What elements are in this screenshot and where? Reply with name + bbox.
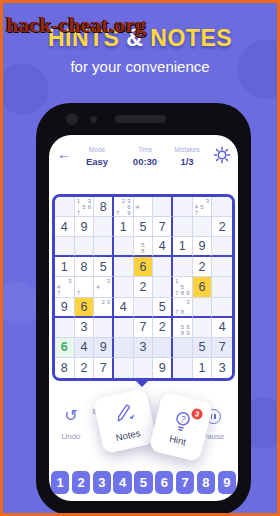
mode-block: Mode Easy <box>79 146 115 167</box>
given-digit: 3 <box>140 340 147 354</box>
cell-r1c7[interactable] <box>173 197 193 217</box>
cell-r4c2[interactable]: 8 <box>75 257 95 277</box>
cell-r1c6[interactable] <box>153 197 173 217</box>
cell-r7c3[interactable] <box>94 318 114 338</box>
numkey-2[interactable]: 2 <box>72 471 90 494</box>
mistakes-value: 1/3 <box>167 156 207 167</box>
mode-value: Easy <box>79 156 115 167</box>
given-digit: 9 <box>199 239 206 253</box>
cell-r2c3[interactable] <box>94 217 114 237</box>
watermark: hack-cheat.org <box>6 12 146 38</box>
given-digit: 4 <box>61 220 68 234</box>
cell-r8c8[interactable]: 5 <box>193 338 213 358</box>
mistakes-block: Mistakes 1/3 <box>167 146 207 167</box>
note-digit: 6 <box>87 204 93 210</box>
cell-r4c8[interactable]: 2 <box>193 257 213 277</box>
time-label: Time <box>125 146 165 153</box>
given-digit: 8 <box>81 260 88 274</box>
numkey-8[interactable]: 8 <box>197 471 215 494</box>
note-digit: 3 <box>205 198 211 204</box>
cell-r4c7[interactable] <box>173 257 193 277</box>
cell-r4c9[interactable] <box>212 257 232 277</box>
pencil-notes-r1c5: 4 <box>135 198 152 215</box>
cell-r7c2[interactable]: 3 <box>75 318 95 338</box>
cell-r3c4[interactable] <box>114 237 134 257</box>
cell-r1c8[interactable]: 3457 <box>193 197 213 217</box>
given-digit: 9 <box>61 300 68 314</box>
numkey-1[interactable]: 1 <box>51 471 69 494</box>
cell-r9c3[interactable]: 7 <box>94 358 114 378</box>
cell-r1c5[interactable]: 4 <box>134 197 154 217</box>
phone-mockup: ← Mode Easy Time 00:30 Mistakes 1/3 1356… <box>36 103 251 515</box>
note-digit: 9 <box>126 210 132 216</box>
note-digit: 5 <box>199 204 205 210</box>
cell-r8c2[interactable]: 4 <box>75 338 95 358</box>
given-digit: 6 <box>81 300 88 314</box>
cell-r6c4[interactable]: 4 <box>114 298 134 318</box>
cell-r5c3[interactable]: 34 <box>94 277 114 297</box>
cell-r7c4[interactable] <box>114 318 134 338</box>
app-screen: ← Mode Easy Time 00:30 Mistakes 1/3 1356… <box>49 135 238 501</box>
given-digit: 5 <box>199 340 206 354</box>
cell-r8c5[interactable]: 3 <box>134 338 154 358</box>
note-digit: 4 <box>135 204 141 210</box>
cell-r9c8[interactable]: 1 <box>193 358 213 378</box>
note-digit: 3 <box>106 278 111 284</box>
cell-r4c1[interactable]: 1 <box>55 257 75 277</box>
given-digit: 2 <box>199 260 206 274</box>
cell-r9c6[interactable]: 9 <box>153 358 173 378</box>
numkey-9[interactable]: 9 <box>218 471 236 494</box>
camera-icon <box>66 113 78 125</box>
speaker-slot <box>115 115 166 123</box>
pencil-notes-r6c3: 23 <box>95 299 111 315</box>
given-digit: 4 <box>120 300 127 314</box>
cell-r5c4[interactable] <box>114 277 134 297</box>
mode-label: Mode <box>79 146 115 153</box>
sensor-icon <box>90 116 97 123</box>
pencil-icon <box>110 400 137 430</box>
cell-r7c9[interactable]: 4 <box>212 318 232 338</box>
pencil-notes-r3c5: 58 <box>135 238 152 254</box>
cell-r1c4[interactable]: 23679 <box>114 197 134 217</box>
banner-word2: NOTES <box>143 25 232 51</box>
given-digit: 6 <box>199 280 206 294</box>
given-digit: 1 <box>120 220 127 234</box>
given-digit: 4 <box>81 340 88 354</box>
notes-card-label: Notes <box>115 427 142 443</box>
cell-r6c5[interactable] <box>134 298 154 318</box>
number-pad: 123456789 <box>51 471 236 494</box>
cell-r9c9[interactable]: 3 <box>212 358 232 378</box>
pencil-notes-r6c7: 378 <box>174 299 191 315</box>
given-digit: 5 <box>100 260 107 274</box>
note-digit: 8 <box>180 309 186 315</box>
numkey-3[interactable]: 3 <box>93 471 111 494</box>
cell-r6c8[interactable] <box>193 298 213 318</box>
cell-r7c6[interactable]: 2 <box>153 318 173 338</box>
note-digit: 8 <box>140 248 146 254</box>
cell-r3c7[interactable]: 1 <box>173 237 193 257</box>
cell-r2c7[interactable] <box>173 217 193 237</box>
cell-r3c5[interactable]: 58 <box>134 237 154 257</box>
given-digit: 9 <box>159 361 166 375</box>
cell-r9c4[interactable] <box>114 358 134 378</box>
cell-r5c7[interactable]: 15789 <box>173 277 193 297</box>
cell-r8c9[interactable]: 7 <box>212 338 232 358</box>
cell-r3c3[interactable] <box>94 237 114 257</box>
numkey-4[interactable]: 4 <box>113 471 131 494</box>
given-digit: 2 <box>140 280 147 294</box>
given-digit: 3 <box>81 320 88 334</box>
cell-r6c6[interactable]: 5 <box>153 298 173 318</box>
cell-r8c7[interactable] <box>173 338 193 358</box>
cell-r7c1[interactable] <box>55 318 75 338</box>
given-digit: 5 <box>159 300 166 314</box>
cell-r8c6[interactable] <box>153 338 173 358</box>
given-digit: 7 <box>140 320 147 334</box>
svg-text:?: ? <box>180 413 187 424</box>
note-digit: 7 <box>76 210 82 216</box>
cell-r8c4[interactable] <box>114 338 134 358</box>
cell-r9c7[interactable] <box>173 358 193 378</box>
pencil-notes-r7c7: 5689 <box>174 319 191 336</box>
given-digit: 3 <box>219 361 226 375</box>
given-digit: 7 <box>159 220 166 234</box>
cell-r5c8[interactable]: 6 <box>193 277 213 297</box>
settings-gear-icon[interactable] <box>213 146 231 168</box>
given-digit: 1 <box>179 239 186 253</box>
note-digit: 7 <box>194 210 200 216</box>
undo-label: Undo <box>61 432 80 441</box>
note-digit: 7 <box>76 290 82 296</box>
cell-r6c2[interactable]: 6 <box>75 298 95 318</box>
cell-r2c1[interactable]: 4 <box>55 217 75 237</box>
given-digit: 2 <box>219 220 226 234</box>
cell-r3c9[interactable] <box>212 237 232 257</box>
given-digit: 1 <box>61 260 68 274</box>
user-digit: 6 <box>61 340 68 354</box>
cell-r3c8[interactable]: 9 <box>193 237 213 257</box>
given-digit: 4 <box>219 320 226 334</box>
cell-r7c8[interactable] <box>193 318 213 338</box>
given-digit: 4 <box>159 239 166 253</box>
cell-r3c2[interactable] <box>75 237 95 257</box>
lightbulb-icon: ? 3 <box>168 406 197 435</box>
cell-r5c6[interactable] <box>153 277 173 297</box>
pencil-notes-r5c2: 7 <box>76 278 93 295</box>
note-digit: 3 <box>67 278 73 284</box>
cell-r6c1[interactable]: 9 <box>55 298 75 318</box>
cell-r4c5[interactable]: 6 <box>134 257 154 277</box>
cell-r2c5[interactable]: 5 <box>134 217 154 237</box>
cell-r5c5[interactable]: 2 <box>134 277 154 297</box>
cell-r2c4[interactable]: 1 <box>114 217 134 237</box>
cell-r5c2[interactable]: 7 <box>75 277 95 297</box>
given-digit: 9 <box>81 220 88 234</box>
cell-r5c1[interactable]: 347 <box>55 277 75 297</box>
note-digit: 7 <box>115 210 121 216</box>
cell-r9c1[interactable]: 8 <box>55 358 75 378</box>
cell-r1c2[interactable]: 13567 <box>75 197 95 217</box>
given-digit: 5 <box>140 220 147 234</box>
cell-r5c9[interactable] <box>212 277 232 297</box>
given-digit: 7 <box>100 361 107 375</box>
hint-count-badge: 3 <box>191 407 204 420</box>
cell-r7c5[interactable]: 7 <box>134 318 154 338</box>
mistakes-label: Mistakes <box>167 146 207 153</box>
cell-r4c3[interactable]: 5 <box>94 257 114 277</box>
cell-r2c6[interactable]: 7 <box>153 217 173 237</box>
pencil-notes-r5c1: 347 <box>56 278 73 295</box>
cell-r1c3[interactable]: 8 <box>94 197 114 217</box>
given-digit: 8 <box>61 361 68 375</box>
note-digit: 4 <box>95 284 100 290</box>
sudoku-board: 1356782367943457491572584191856234773421… <box>52 194 235 381</box>
cell-r3c6[interactable]: 4 <box>153 237 173 257</box>
given-digit: 6 <box>140 260 147 274</box>
hint-card-button[interactable]: ? 3 Hint <box>149 392 214 463</box>
cell-r2c8[interactable] <box>193 217 213 237</box>
cell-r6c3[interactable]: 23 <box>94 298 114 318</box>
given-digit: 2 <box>159 320 166 334</box>
numkey-6[interactable]: 6 <box>155 471 173 494</box>
cell-r1c1[interactable] <box>55 197 75 217</box>
given-digit: 1 <box>199 361 206 375</box>
cell-r8c1[interactable]: 6 <box>55 338 75 358</box>
banner-subtitle: for your convenience <box>3 58 277 75</box>
cell-r2c2[interactable]: 9 <box>75 217 95 237</box>
pencil-notes-r5c7: 15789 <box>174 278 191 295</box>
note-digit: 9 <box>185 290 191 296</box>
cell-r3c1[interactable] <box>55 237 75 257</box>
given-digit: 9 <box>100 340 107 354</box>
cell-r4c6[interactable] <box>153 257 173 277</box>
note-digit: 3 <box>106 299 111 305</box>
cell-r6c7[interactable]: 378 <box>173 298 193 318</box>
cell-r7c7[interactable]: 5689 <box>173 318 193 338</box>
notes-card-button[interactable]: Notes <box>93 388 157 454</box>
cell-r4c4[interactable] <box>114 257 134 277</box>
given-digit: 7 <box>219 340 226 354</box>
pencil-notes-r1c4: 23679 <box>115 198 132 215</box>
cell-r9c5[interactable] <box>134 358 154 378</box>
pencil-notes-r5c3: 34 <box>95 278 111 295</box>
pencil-notes-r1c2: 13567 <box>76 198 93 215</box>
cell-r1c9[interactable] <box>212 197 232 217</box>
back-arrow-icon[interactable]: ← <box>57 147 71 161</box>
given-digit: 2 <box>81 361 88 375</box>
cell-r6c9[interactable] <box>212 298 232 318</box>
numkey-7[interactable]: 7 <box>176 471 194 494</box>
cell-r8c3[interactable]: 9 <box>94 338 114 358</box>
numkey-5[interactable]: 5 <box>134 471 152 494</box>
hint-card-label: Hint <box>168 432 187 447</box>
time-block: Time 00:30 <box>125 146 165 167</box>
cell-r2c9[interactable]: 2 <box>212 217 232 237</box>
given-digit: 8 <box>100 200 107 214</box>
pencil-notes-r1c8: 3457 <box>194 198 211 215</box>
cell-r9c2[interactable]: 2 <box>75 358 95 378</box>
note-digit: 7 <box>56 290 62 296</box>
time-value: 00:30 <box>125 156 165 167</box>
note-digit: 3 <box>185 299 191 305</box>
note-digit: 9 <box>185 330 191 336</box>
promo-background: hack-cheat.org HINTS & NOTES for your co… <box>0 0 280 516</box>
